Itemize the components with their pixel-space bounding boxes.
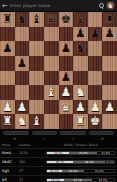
square-a3[interactable] <box>0 85 15 100</box>
square-c2[interactable] <box>29 100 44 115</box>
black-bishop-piece[interactable]: ♝ <box>75 13 86 26</box>
white-rook-piece[interactable]: ♜ <box>75 115 86 128</box>
black-bishop-piece[interactable]: ♝ <box>31 13 42 26</box>
square-g5[interactable] <box>88 56 103 71</box>
square-f7[interactable]: ♟ <box>73 27 88 42</box>
square-d8[interactable]: ♛ <box>44 12 59 27</box>
square-a8[interactable]: ♜ <box>0 12 15 27</box>
square-g8[interactable] <box>88 12 103 27</box>
white-pawn-piece[interactable]: ♟ <box>90 101 101 114</box>
square-e5[interactable] <box>59 56 74 71</box>
black-wins-segment: 12.9% <box>105 161 114 163</box>
draws-segment: 41.9% <box>69 152 97 154</box>
square-e7[interactable] <box>59 27 74 42</box>
black-king-piece[interactable]: ♚ <box>60 13 71 26</box>
top-bar: ← Enter player name ♞ <box>0 0 117 12</box>
square-d7[interactable] <box>44 27 59 42</box>
draws-segment: 41.7% <box>64 179 92 181</box>
square-b4[interactable] <box>15 71 30 86</box>
first-move-icon[interactable]: « <box>0 136 29 142</box>
avatar[interactable]: ♞ <box>106 1 115 10</box>
control-button-2[interactable] <box>32 131 58 135</box>
square-g6[interactable] <box>88 41 103 56</box>
white-bishop-piece[interactable]: ♝ <box>31 115 42 128</box>
nav-icon-row: «‹›» <box>0 136 117 142</box>
black-pawn-piece[interactable]: ♟ <box>90 27 101 40</box>
black-pawn-piece[interactable]: ♟ <box>2 42 13 55</box>
white-pawn-piece[interactable]: ♟ <box>60 86 71 99</box>
square-h2[interactable]: ♟ <box>102 100 117 115</box>
square-b7[interactable] <box>15 27 30 42</box>
square-c4[interactable] <box>29 71 44 86</box>
white-pawn-piece[interactable]: ♟ <box>2 101 13 114</box>
black-pawn-piece[interactable]: ♟ <box>17 57 28 70</box>
square-e2[interactable]: ♛ <box>59 100 74 115</box>
square-f5[interactable] <box>73 56 88 71</box>
header-move: Move <box>2 143 19 147</box>
move-label: Nbd2 <box>2 160 19 164</box>
next-move-icon[interactable]: › <box>59 136 88 142</box>
black-pawn-piece[interactable]: ♟ <box>60 42 71 55</box>
square-b3[interactable] <box>15 85 30 100</box>
move-row-Bxe4[interactable]: Bxe4102433.3%41.9%24.8% <box>0 148 117 157</box>
square-f8[interactable]: ♝ <box>73 12 88 27</box>
white-wins-segment: 22.2% <box>47 170 62 172</box>
square-g3[interactable] <box>88 85 103 100</box>
white-wins-segment: 38.7% <box>47 161 73 163</box>
black-queen-piece[interactable]: ♛ <box>46 13 57 26</box>
square-a4[interactable] <box>0 71 15 86</box>
control-button-row <box>0 129 117 136</box>
square-d5[interactable] <box>44 56 59 71</box>
black-wins-segment: 33.3% <box>92 179 114 181</box>
square-g4[interactable] <box>88 71 103 86</box>
square-e4[interactable]: ♟ <box>59 71 74 86</box>
square-a2[interactable]: ♟ <box>0 100 15 115</box>
black-wins-segment: 24.8% <box>97 152 114 154</box>
square-b2[interactable]: ♟ <box>15 100 30 115</box>
white-king-piece[interactable]: ♚ <box>90 115 101 128</box>
black-knight-piece[interactable]: ♞ <box>75 42 86 55</box>
square-c3[interactable] <box>29 85 44 100</box>
result-bar: 33.3%41.9%24.8% <box>46 151 115 155</box>
square-f1[interactable]: ♜ <box>73 114 88 129</box>
black-rook-piece[interactable]: ♜ <box>104 13 115 26</box>
square-g7[interactable]: ♟ <box>88 27 103 42</box>
white-knight-piece[interactable]: ♞ <box>17 115 28 128</box>
square-d4[interactable] <box>44 71 59 86</box>
square-d1[interactable] <box>44 114 59 129</box>
header-games: Games <box>19 143 46 147</box>
result-bar: 38.7%48.4%12.9% <box>46 160 115 164</box>
square-c8[interactable]: ♝ <box>29 12 44 27</box>
square-f6[interactable]: ♞ <box>73 41 88 56</box>
square-b6[interactable] <box>15 41 30 56</box>
search-icon[interactable] <box>98 3 104 9</box>
square-e1[interactable] <box>59 114 74 129</box>
chess-board[interactable]: ♜♞♝♛♚♝♜♟♟♟♟♟♞♟♟♝♟♞♟♟♛♟♟♟♜♞♝♜♚ <box>0 12 117 129</box>
white-knight-piece[interactable]: ♞ <box>75 86 86 99</box>
square-c1[interactable]: ♝ <box>29 114 44 129</box>
square-a5[interactable] <box>0 56 15 71</box>
square-d6[interactable] <box>44 41 59 56</box>
header-results: White / Draws / Black <box>46 143 115 147</box>
white-wins-segment: 33.3% <box>47 152 69 154</box>
square-e8[interactable]: ♚ <box>59 12 74 27</box>
black-pawn-piece[interactable]: ♟ <box>60 71 71 84</box>
games-count: 386 <box>19 160 46 164</box>
square-h3[interactable] <box>102 85 117 100</box>
square-h6[interactable] <box>102 41 117 56</box>
white-pawn-piece[interactable]: ♟ <box>17 101 28 114</box>
square-d2[interactable] <box>44 100 59 115</box>
square-h4[interactable] <box>102 71 117 86</box>
prev-move-icon[interactable]: ‹ <box>29 136 58 142</box>
control-button-4[interactable] <box>89 131 115 135</box>
games-count: 1024 <box>19 151 46 155</box>
search-input[interactable]: Enter player name <box>10 3 96 8</box>
draws-segment: 33.4% <box>62 170 84 172</box>
back-icon[interactable]: ← <box>2 0 8 12</box>
games-count: 27 <box>19 169 46 173</box>
square-h1[interactable] <box>102 114 117 129</box>
white-queen-piece[interactable]: ♛ <box>60 101 71 114</box>
knight-icon: ♞ <box>108 3 113 9</box>
result-bar: 25.0%41.7%33.3% <box>46 178 115 182</box>
black-rook-piece[interactable]: ♜ <box>2 13 13 26</box>
square-g1[interactable]: ♚ <box>88 114 103 129</box>
square-f3[interactable]: ♞ <box>73 85 88 100</box>
draws-segment: 48.4% <box>73 161 105 163</box>
black-knight-piece[interactable]: ♞ <box>17 13 28 26</box>
square-h7[interactable]: ♟ <box>102 27 117 42</box>
black-pawn-piece[interactable]: ♟ <box>104 27 115 40</box>
square-c6[interactable] <box>29 41 44 56</box>
move-label: Ng5 <box>2 169 19 173</box>
square-a7[interactable] <box>0 27 15 42</box>
black-wins-segment: 44.4% <box>84 170 114 172</box>
last-move-icon[interactable]: » <box>88 136 117 142</box>
black-pawn-piece[interactable]: ♟ <box>75 27 86 40</box>
square-e6[interactable]: ♟ <box>59 41 74 56</box>
move-label: Bxe4 <box>2 151 19 155</box>
move-row-b3[interactable]: b31225.0%41.7%33.3% <box>0 175 117 182</box>
square-b1[interactable]: ♞ <box>15 114 30 129</box>
square-a6[interactable]: ♟ <box>0 41 15 56</box>
square-f2[interactable]: ♟ <box>73 100 88 115</box>
move-row-Nbd2[interactable]: Nbd238638.7%48.4%12.9% <box>0 157 117 166</box>
explorer-rows: Bxe4102433.3%41.9%24.8%Nbd238638.7%48.4%… <box>0 148 117 182</box>
square-h5[interactable] <box>102 56 117 71</box>
white-bishop-piece[interactable]: ♝ <box>46 86 57 99</box>
square-a1[interactable]: ♜ <box>0 114 15 129</box>
square-e3[interactable]: ♟ <box>59 85 74 100</box>
white-wins-segment: 25.0% <box>47 179 64 181</box>
white-pawn-piece[interactable]: ♟ <box>75 101 86 114</box>
result-bar: 22.2%33.4%44.4% <box>46 169 115 173</box>
control-button-1[interactable] <box>3 131 29 135</box>
square-h8[interactable]: ♜ <box>102 12 117 27</box>
square-c5[interactable] <box>29 56 44 71</box>
square-f4[interactable] <box>73 71 88 86</box>
square-b8[interactable]: ♞ <box>15 12 30 27</box>
square-d3[interactable]: ♝ <box>44 85 59 100</box>
games-count: 12 <box>19 178 46 182</box>
square-g2[interactable]: ♟ <box>88 100 103 115</box>
move-label: b3 <box>2 178 19 182</box>
square-b5[interactable]: ♟ <box>15 56 30 71</box>
control-button-3[interactable] <box>60 131 86 135</box>
white-pawn-piece[interactable]: ♟ <box>104 101 115 114</box>
move-row-Ng5[interactable]: Ng52722.2%33.4%44.4% <box>0 166 117 175</box>
square-c7[interactable] <box>29 27 44 42</box>
white-rook-piece[interactable]: ♜ <box>2 115 13 128</box>
